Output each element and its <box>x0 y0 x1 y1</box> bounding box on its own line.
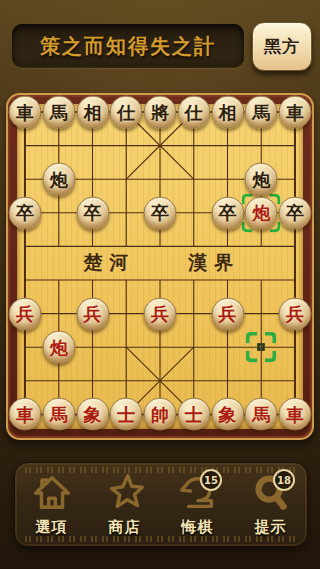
xiangqi-board[interactable]: 楚河 漢界 車馬相仕將仕相馬車炮炮卒卒卒卒炮卒兵兵兵兵兵炮車馬象士帥士象馬車 <box>17 104 303 429</box>
piece-black-仕[interactable]: 仕 <box>177 96 210 129</box>
piece-red-兵[interactable]: 兵 <box>76 297 109 330</box>
piece-red-帥[interactable]: 帥 <box>144 398 177 431</box>
quote-text: 策之而知得失之計 <box>40 33 216 60</box>
piece-red-馬[interactable]: 馬 <box>42 398 75 431</box>
piece-black-車[interactable]: 車 <box>279 96 312 129</box>
piece-black-炮[interactable]: 炮 <box>42 163 75 196</box>
piece-black-相[interactable]: 相 <box>76 96 109 129</box>
nav-options-label: 選項 <box>36 518 68 537</box>
piece-black-卒[interactable]: 卒 <box>211 196 244 229</box>
piece-black-卒[interactable]: 卒 <box>279 196 312 229</box>
piece-red-士[interactable]: 士 <box>177 398 210 431</box>
nav-undo-label: 悔棋 <box>182 518 214 537</box>
piece-black-卒[interactable]: 卒 <box>144 196 177 229</box>
nav-shop-button[interactable]: 商店 <box>88 463 161 546</box>
piece-red-兵[interactable]: 兵 <box>211 297 244 330</box>
nav-options-button[interactable]: 選項 <box>15 463 88 546</box>
turn-indicator-button[interactable]: 黑方 <box>252 22 312 71</box>
piece-red-馬[interactable]: 馬 <box>245 398 278 431</box>
piece-black-仕[interactable]: 仕 <box>110 96 143 129</box>
xiangqi-app-screen: 策之而知得失之計 黑方 楚河 漢界 車馬相仕將仕相馬車炮炮卒卒卒卒炮卒兵兵兵兵兵… <box>0 0 320 569</box>
piece-red-車[interactable]: 車 <box>9 398 42 431</box>
piece-black-卒[interactable]: 卒 <box>9 196 42 229</box>
home-icon <box>29 470 75 518</box>
piece-red-炮[interactable]: 炮 <box>42 331 75 364</box>
piece-red-車[interactable]: 車 <box>279 398 312 431</box>
piece-red-炮[interactable]: 炮 <box>245 196 278 229</box>
hint-count-badge: 18 <box>273 469 295 491</box>
star-icon <box>102 470 148 518</box>
nav-hint-label: 提示 <box>255 518 287 537</box>
piece-red-兵[interactable]: 兵 <box>144 297 177 330</box>
bottom-nav: 選項 商店 悔棋 15 <box>14 462 308 547</box>
piece-red-兵[interactable]: 兵 <box>279 297 312 330</box>
piece-black-炮[interactable]: 炮 <box>245 163 278 196</box>
piece-red-兵[interactable]: 兵 <box>9 297 42 330</box>
piece-layer: 車馬相仕將仕相馬車炮炮卒卒卒卒炮卒兵兵兵兵兵炮車馬象士帥士象馬車 <box>17 104 303 429</box>
piece-black-車[interactable]: 車 <box>9 96 42 129</box>
nav-shop-label: 商店 <box>109 518 141 537</box>
nav-hint-button[interactable]: 提示 18 <box>234 463 307 546</box>
piece-red-象[interactable]: 象 <box>76 398 109 431</box>
piece-red-士[interactable]: 士 <box>110 398 143 431</box>
turn-indicator-label: 黑方 <box>264 35 300 58</box>
quote-plate: 策之而知得失之計 <box>12 24 244 68</box>
piece-black-馬[interactable]: 馬 <box>42 96 75 129</box>
nav-undo-button[interactable]: 悔棋 15 <box>161 463 234 546</box>
board-frame: 楚河 漢界 車馬相仕將仕相馬車炮炮卒卒卒卒炮卒兵兵兵兵兵炮車馬象士帥士象馬車 <box>6 93 314 440</box>
piece-red-象[interactable]: 象 <box>211 398 244 431</box>
piece-black-馬[interactable]: 馬 <box>245 96 278 129</box>
undo-count-badge: 15 <box>200 469 222 491</box>
piece-black-將[interactable]: 將 <box>144 96 177 129</box>
piece-black-卒[interactable]: 卒 <box>76 196 109 229</box>
piece-black-相[interactable]: 相 <box>211 96 244 129</box>
